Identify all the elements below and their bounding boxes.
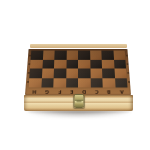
board-square — [102, 78, 115, 88]
board-square — [31, 51, 43, 60]
board-square — [78, 68, 90, 77]
rank-mark-dot — [28, 55, 30, 57]
board-square — [78, 59, 90, 68]
board-square — [54, 68, 66, 77]
board-square — [78, 78, 90, 88]
board-square — [54, 51, 66, 60]
board-square — [41, 78, 54, 88]
board-square — [78, 51, 90, 60]
product-photo: HGFEDCBA — [0, 0, 150, 150]
board-square — [90, 51, 102, 60]
file-label: D — [82, 89, 86, 94]
file-label: H — [32, 89, 36, 94]
board-square — [114, 68, 127, 77]
rank-mark-dot — [126, 63, 128, 65]
board-square — [102, 68, 115, 77]
board-square — [54, 59, 66, 68]
chess-box-top: HGFEDCBA — [25, 49, 131, 95]
board-square — [113, 51, 125, 60]
file-label: B — [107, 89, 111, 94]
board-grid — [29, 51, 128, 88]
box-back-edge — [30, 44, 127, 48]
rank-mark-dot — [127, 81, 129, 83]
board-square — [29, 78, 42, 88]
file-label: G — [45, 89, 49, 94]
file-label: A — [119, 89, 123, 94]
board-square — [42, 59, 54, 68]
board-square — [90, 78, 103, 88]
board-square — [41, 68, 54, 77]
file-label: E — [70, 89, 73, 94]
board-square — [114, 59, 127, 68]
board-square — [90, 68, 102, 77]
clasp-latch-icon — [73, 94, 84, 108]
box-front-face — [24, 95, 133, 111]
board-square — [90, 59, 102, 68]
file-label: F — [58, 89, 62, 94]
board-square — [66, 68, 78, 77]
board-square — [101, 51, 113, 60]
board-square — [66, 78, 78, 88]
file-label: C — [95, 89, 99, 94]
board-square — [66, 59, 78, 68]
board-square — [42, 51, 54, 60]
rank-mark-dot — [27, 72, 29, 74]
rank-mark-dot — [26, 81, 28, 83]
rank-mark-dot — [125, 55, 127, 57]
rank-mark-dot — [28, 63, 30, 65]
board-square — [29, 68, 42, 77]
board-square — [30, 59, 43, 68]
board-square — [102, 59, 114, 68]
board-square — [66, 51, 78, 60]
board-square — [53, 78, 66, 88]
rank-mark-dot — [127, 72, 129, 74]
board-frame: HGFEDCBA — [25, 49, 131, 95]
board-square — [115, 78, 128, 88]
